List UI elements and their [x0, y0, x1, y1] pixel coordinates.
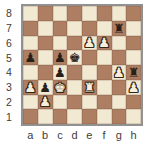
- square-c8[interactable]: [53, 6, 68, 21]
- rank-labels: 87654321: [1, 6, 17, 124]
- square-c4[interactable]: ♟: [53, 65, 68, 80]
- square-c1[interactable]: [53, 109, 68, 124]
- square-e3[interactable]: ♜: [82, 80, 97, 95]
- white-pawn-f6: ♟: [98, 36, 110, 49]
- square-e7[interactable]: [82, 21, 97, 36]
- square-h2[interactable]: [126, 95, 141, 110]
- white-pawn-a3: ♟: [25, 81, 37, 94]
- file-label-f: f: [97, 129, 112, 141]
- rank-label-2: 2: [1, 95, 17, 110]
- square-a2[interactable]: [23, 95, 38, 110]
- file-labels: abcdefgh: [23, 129, 141, 141]
- rank-label-3: 3: [1, 80, 17, 95]
- chess-diagram: 87654321 ♜♟♟♟♟♚♟♟♜♟♟♚♜♟♟ abcdefgh: [0, 0, 149, 149]
- black-rook-g7: ♜: [113, 22, 125, 35]
- file-label-d: d: [67, 129, 82, 141]
- square-a5[interactable]: ♟: [23, 50, 38, 65]
- square-g8[interactable]: [112, 6, 127, 21]
- square-h8[interactable]: [126, 6, 141, 21]
- square-b6[interactable]: [38, 36, 53, 51]
- square-a6[interactable]: [23, 36, 38, 51]
- black-king-d5: ♚: [69, 51, 81, 64]
- square-e4[interactable]: [82, 65, 97, 80]
- square-h5[interactable]: [126, 50, 141, 65]
- square-f1[interactable]: [97, 109, 112, 124]
- square-h4[interactable]: ♜: [126, 65, 141, 80]
- file-label-e: e: [82, 129, 97, 141]
- square-h3[interactable]: ♟: [126, 80, 141, 95]
- rank-label-6: 6: [1, 36, 17, 51]
- square-e8[interactable]: [82, 6, 97, 21]
- square-f5[interactable]: [97, 50, 112, 65]
- black-pawn-c5: ♟: [54, 51, 66, 64]
- square-c7[interactable]: [53, 21, 68, 36]
- square-f7[interactable]: [97, 21, 112, 36]
- square-b2[interactable]: ♟: [38, 95, 53, 110]
- rank-label-7: 7: [1, 21, 17, 36]
- square-d6[interactable]: [67, 36, 82, 51]
- square-h7[interactable]: [126, 21, 141, 36]
- square-d1[interactable]: [67, 109, 82, 124]
- square-a8[interactable]: [23, 6, 38, 21]
- square-c5[interactable]: ♟: [53, 50, 68, 65]
- square-c6[interactable]: [53, 36, 68, 51]
- square-c3[interactable]: ♚: [53, 80, 68, 95]
- square-b1[interactable]: [38, 109, 53, 124]
- square-f6[interactable]: ♟: [97, 36, 112, 51]
- square-d3[interactable]: [67, 80, 82, 95]
- square-b8[interactable]: [38, 6, 53, 21]
- rank-label-5: 5: [1, 50, 17, 65]
- rank-label-8: 8: [1, 6, 17, 21]
- square-g7[interactable]: ♜: [112, 21, 127, 36]
- square-g6[interactable]: [112, 36, 127, 51]
- square-f8[interactable]: [97, 6, 112, 21]
- square-g5[interactable]: [112, 50, 127, 65]
- black-pawn-c4: ♟: [54, 66, 66, 79]
- square-b5[interactable]: [38, 50, 53, 65]
- file-label-g: g: [112, 129, 127, 141]
- rank-label-4: 4: [1, 65, 17, 80]
- square-d5[interactable]: ♚: [67, 50, 82, 65]
- square-e1[interactable]: [82, 109, 97, 124]
- white-pawn-e6: ♟: [84, 36, 96, 49]
- square-h6[interactable]: [126, 36, 141, 51]
- white-pawn-g4: ♟: [113, 66, 125, 79]
- square-e2[interactable]: [82, 95, 97, 110]
- square-f4[interactable]: [97, 65, 112, 80]
- file-label-a: a: [23, 129, 38, 141]
- square-a4[interactable]: [23, 65, 38, 80]
- square-f3[interactable]: [97, 80, 112, 95]
- square-e6[interactable]: ♟: [82, 36, 97, 51]
- square-g2[interactable]: [112, 95, 127, 110]
- white-pawn-b2: ♟: [39, 95, 51, 108]
- square-f2[interactable]: [97, 95, 112, 110]
- chess-board: ♜♟♟♟♟♚♟♟♜♟♟♚♜♟♟: [21, 4, 143, 126]
- square-b7[interactable]: [38, 21, 53, 36]
- square-e5[interactable]: [82, 50, 97, 65]
- square-d4[interactable]: [67, 65, 82, 80]
- rank-label-1: 1: [1, 109, 17, 124]
- black-pawn-a5: ♟: [25, 51, 37, 64]
- square-d8[interactable]: [67, 6, 82, 21]
- file-label-h: h: [126, 129, 141, 141]
- file-label-b: b: [38, 129, 53, 141]
- white-rook-e3: ♜: [84, 81, 96, 94]
- black-rook-h4: ♜: [128, 66, 140, 79]
- square-g1[interactable]: [112, 109, 127, 124]
- square-d2[interactable]: [67, 95, 82, 110]
- square-a1[interactable]: [23, 109, 38, 124]
- file-label-c: c: [53, 129, 68, 141]
- square-a3[interactable]: ♟: [23, 80, 38, 95]
- square-b3[interactable]: ♟: [38, 80, 53, 95]
- square-c2[interactable]: [53, 95, 68, 110]
- white-king-c3: ♚: [54, 81, 66, 94]
- square-g3[interactable]: [112, 80, 127, 95]
- white-pawn-h3: ♟: [128, 81, 140, 94]
- square-d7[interactable]: [67, 21, 82, 36]
- square-g4[interactable]: ♟: [112, 65, 127, 80]
- square-b4[interactable]: [38, 65, 53, 80]
- square-h1[interactable]: [126, 109, 141, 124]
- black-pawn-b3: ♟: [39, 81, 51, 94]
- square-a7[interactable]: [23, 21, 38, 36]
